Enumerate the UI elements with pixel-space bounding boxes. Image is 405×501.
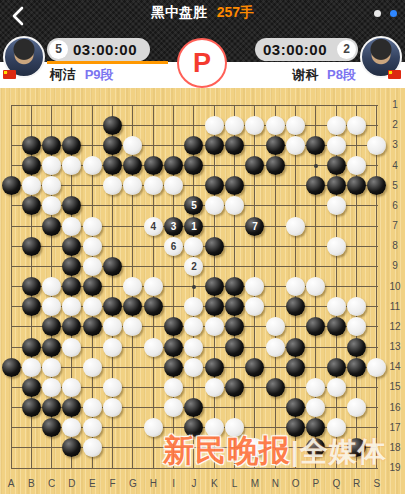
white-stone <box>123 317 142 336</box>
white-stone <box>83 217 102 236</box>
row-coordinate-label: 12 <box>387 321 403 332</box>
black-stone <box>367 176 386 195</box>
row-coordinate-label: 2 <box>387 119 403 130</box>
black-stone <box>2 176 21 195</box>
white-stone <box>327 196 346 215</box>
black-stone <box>164 156 183 175</box>
white-stone <box>42 358 61 377</box>
black-stone <box>266 136 285 155</box>
white-stone <box>164 176 183 195</box>
black-stone <box>83 317 102 336</box>
black-stone <box>164 338 183 357</box>
black-stone <box>42 217 61 236</box>
column-coordinate-label: M <box>248 478 262 489</box>
white-stone <box>184 237 203 256</box>
white-stone <box>123 176 142 195</box>
black-stone <box>327 317 346 336</box>
column-coordinate-label: H <box>146 478 160 489</box>
grid-line-horizontal <box>11 105 378 106</box>
page-indicator[interactable] <box>374 10 397 17</box>
result-text: 黑中盘胜 <box>151 4 207 20</box>
black-stone-move-3: 3 <box>164 217 183 236</box>
white-stone <box>347 297 366 316</box>
white-stone <box>42 196 61 215</box>
black-stone <box>62 398 81 417</box>
white-stone <box>184 358 203 377</box>
white-stone <box>62 297 81 316</box>
white-stone <box>327 116 346 135</box>
black-stone <box>245 156 264 175</box>
column-coordinate-label: P <box>309 478 323 489</box>
white-stone <box>164 398 183 417</box>
black-stone-move-1: 1 <box>184 217 203 236</box>
white-stone <box>22 358 41 377</box>
black-stone <box>225 176 244 195</box>
black-stone <box>205 277 224 296</box>
column-coordinate-label: B <box>24 478 38 489</box>
column-coordinate-label: O <box>289 478 303 489</box>
white-stone <box>83 237 102 256</box>
watermark-part1: 新民晚报 <box>163 433 291 468</box>
row-coordinate-label: 7 <box>387 220 403 231</box>
white-time: 03:00:00 <box>263 41 327 58</box>
column-coordinate-label: F <box>106 478 120 489</box>
page-dot-1[interactable] <box>374 10 381 17</box>
black-stone <box>22 136 41 155</box>
white-stone <box>62 156 81 175</box>
white-stone <box>184 297 203 316</box>
white-stone <box>83 156 102 175</box>
white-stone <box>327 378 346 397</box>
white-stone <box>83 438 102 457</box>
black-stone <box>22 237 41 256</box>
white-stone <box>184 317 203 336</box>
white-stone <box>205 116 224 135</box>
column-coordinate-label: R <box>350 478 364 489</box>
grid-line-vertical <box>11 105 12 469</box>
column-coordinate-label: E <box>85 478 99 489</box>
white-stone <box>225 196 244 215</box>
black-stone <box>225 277 244 296</box>
black-counter-badge: 5 <box>49 40 68 59</box>
black-stone-move-7: 7 <box>245 217 264 236</box>
black-stone <box>205 358 224 377</box>
black-stone <box>286 338 305 357</box>
white-stone <box>83 418 102 437</box>
black-stone <box>103 136 122 155</box>
white-stone <box>103 398 122 417</box>
black-stone <box>103 156 122 175</box>
watermark-part2: |全媒体 <box>291 436 387 467</box>
black-stone <box>62 136 81 155</box>
white-stone-move-6: 6 <box>164 237 183 256</box>
black-player-name: 柯洁 P9段 <box>50 66 114 84</box>
black-stone <box>103 257 122 276</box>
white-stone <box>103 317 122 336</box>
column-coordinate-label: J <box>187 478 201 489</box>
black-stone <box>22 338 41 357</box>
white-stone <box>225 116 244 135</box>
white-counter-badge: 2 <box>337 40 356 59</box>
white-stone <box>42 378 61 397</box>
black-stone <box>205 297 224 316</box>
black-stone <box>225 136 244 155</box>
black-stone <box>164 317 183 336</box>
white-stone <box>347 116 366 135</box>
black-stone <box>123 156 142 175</box>
black-stone <box>22 196 41 215</box>
watermark: 新民晚报|全媒体 <box>163 430 387 472</box>
black-stone <box>205 176 224 195</box>
row-coordinate-label: 16 <box>387 402 403 413</box>
white-name-text: 谢科 <box>292 67 318 82</box>
row-coordinate-label: 14 <box>387 361 403 372</box>
white-stone <box>62 217 81 236</box>
white-stone <box>367 358 386 377</box>
white-stone <box>184 338 203 357</box>
row-coordinate-label: 19 <box>387 462 403 473</box>
black-stone <box>22 378 41 397</box>
white-stone <box>62 378 81 397</box>
white-stone-move-2: 2 <box>184 257 203 276</box>
go-board[interactable]: 1A2B3C4D5E6F7G8H9I10J11K12L13M14N15O16P1… <box>0 88 405 494</box>
white-stone <box>327 297 346 316</box>
black-stone-move-5: 5 <box>184 196 203 215</box>
white-stone <box>266 116 285 135</box>
white-stone <box>266 338 285 357</box>
black-stone <box>103 297 122 316</box>
white-stone <box>103 338 122 357</box>
white-stone <box>164 378 183 397</box>
white-stone <box>245 116 264 135</box>
white-stone-move-4: 4 <box>144 217 163 236</box>
row-coordinate-label: 8 <box>387 240 403 251</box>
white-player-clock: 03:00:00 2 <box>255 38 358 61</box>
grid-line-vertical <box>376 105 377 469</box>
black-stone <box>266 156 285 175</box>
black-stone <box>62 317 81 336</box>
black-stone <box>225 338 244 357</box>
black-stone <box>347 358 366 377</box>
star-point <box>192 285 196 289</box>
white-stone <box>123 277 142 296</box>
white-stone <box>103 378 122 397</box>
black-stone <box>225 297 244 316</box>
black-stone <box>22 156 41 175</box>
black-stone <box>62 438 81 457</box>
white-stone <box>327 136 346 155</box>
black-stone <box>42 418 61 437</box>
white-stone <box>327 237 346 256</box>
black-stone <box>327 176 346 195</box>
column-coordinate-label: N <box>268 478 282 489</box>
black-stone <box>62 196 81 215</box>
black-time: 03:00:00 <box>73 41 137 58</box>
column-coordinate-label: C <box>45 478 59 489</box>
black-stone <box>83 277 102 296</box>
row-coordinate-label: 6 <box>387 200 403 211</box>
pass-badge[interactable]: P <box>177 38 227 88</box>
black-stone <box>286 398 305 417</box>
row-coordinate-label: 18 <box>387 442 403 453</box>
go-app-window: 黑中盘胜 257手 5 03:00:00 柯洁 P9段 P 03:00:00 2… <box>0 0 405 501</box>
column-coordinate-label: K <box>207 478 221 489</box>
bottom-strip <box>0 494 405 501</box>
row-coordinate-label: 10 <box>387 281 403 292</box>
black-stone <box>327 358 346 377</box>
black-stone <box>306 176 325 195</box>
china-flag-icon-left <box>3 70 16 79</box>
column-coordinate-label: I <box>167 478 181 489</box>
black-stone <box>123 297 142 316</box>
white-stone <box>286 277 305 296</box>
column-coordinate-label: D <box>65 478 79 489</box>
white-stone <box>306 277 325 296</box>
row-coordinate-label: 17 <box>387 422 403 433</box>
black-stone <box>225 317 244 336</box>
active-player-underline <box>47 61 168 64</box>
row-coordinate-label: 11 <box>387 301 403 312</box>
white-stone <box>306 378 325 397</box>
black-stone <box>164 358 183 377</box>
row-coordinate-label: 1 <box>387 99 403 110</box>
black-stone <box>286 297 305 316</box>
white-stone <box>347 398 366 417</box>
black-stone <box>245 358 264 377</box>
row-coordinate-label: 13 <box>387 341 403 352</box>
white-stone <box>103 176 122 195</box>
white-stone <box>144 338 163 357</box>
white-stone <box>367 136 386 155</box>
white-stone <box>306 398 325 417</box>
black-stone <box>184 156 203 175</box>
white-stone <box>347 317 366 336</box>
column-coordinate-label: A <box>4 478 18 489</box>
white-stone <box>245 297 264 316</box>
black-stone <box>144 297 163 316</box>
black-stone <box>62 237 81 256</box>
white-stone <box>42 297 61 316</box>
black-stone <box>22 398 41 417</box>
white-player-name: 谢科 P8段 <box>292 66 356 84</box>
black-name-text: 柯洁 <box>50 67 76 82</box>
white-stone <box>286 217 305 236</box>
column-coordinate-label: G <box>126 478 140 489</box>
white-stone <box>62 418 81 437</box>
black-stone <box>205 136 224 155</box>
black-stone <box>184 136 203 155</box>
black-rank-text: P9段 <box>85 67 114 82</box>
game-result-title: 黑中盘胜 257手 <box>0 4 405 22</box>
move-count-text: 257手 <box>217 4 254 20</box>
row-coordinate-label: 15 <box>387 381 403 392</box>
white-stone <box>83 257 102 276</box>
black-stone <box>306 136 325 155</box>
grid-line-horizontal <box>11 125 378 126</box>
white-stone <box>83 398 102 417</box>
white-stone <box>62 338 81 357</box>
black-stone <box>62 257 81 276</box>
black-stone <box>286 358 305 377</box>
row-coordinate-label: 5 <box>387 180 403 191</box>
white-stone <box>266 317 285 336</box>
black-stone <box>22 297 41 316</box>
white-stone <box>123 136 142 155</box>
row-coordinate-label: 9 <box>387 260 403 271</box>
white-stone <box>286 116 305 135</box>
white-rank-text: P8段 <box>327 67 356 82</box>
black-stone <box>103 116 122 135</box>
white-stone <box>205 378 224 397</box>
white-stone <box>144 418 163 437</box>
black-stone <box>62 277 81 296</box>
column-coordinate-label: Q <box>329 478 343 489</box>
black-stone <box>42 136 61 155</box>
black-stone <box>306 317 325 336</box>
column-coordinate-label: S <box>370 478 384 489</box>
black-stone <box>347 176 366 195</box>
white-stone <box>144 176 163 195</box>
black-stone <box>42 317 61 336</box>
black-stone <box>347 338 366 357</box>
white-stone <box>347 156 366 175</box>
black-stone <box>184 398 203 417</box>
column-coordinate-label: L <box>228 478 242 489</box>
white-stone <box>83 297 102 316</box>
black-stone <box>2 358 21 377</box>
star-point <box>314 164 318 168</box>
black-stone <box>205 237 224 256</box>
black-stone <box>22 277 41 296</box>
black-player-clock: 5 03:00:00 <box>47 38 150 61</box>
black-stone <box>266 378 285 397</box>
china-flag-icon-right <box>388 70 401 79</box>
row-coordinate-label: 4 <box>387 160 403 171</box>
black-stone <box>42 338 61 357</box>
black-stone <box>225 378 244 397</box>
white-stone <box>205 196 224 215</box>
white-stone <box>245 277 264 296</box>
white-stone <box>42 176 61 195</box>
white-stone <box>205 317 224 336</box>
black-stone <box>327 156 346 175</box>
black-stone <box>42 398 61 417</box>
white-stone <box>83 358 102 377</box>
white-stone <box>22 176 41 195</box>
page-dot-2[interactable] <box>390 10 397 17</box>
black-stone <box>144 156 163 175</box>
white-stone <box>286 136 305 155</box>
white-stone <box>42 277 61 296</box>
white-stone <box>144 277 163 296</box>
white-stone <box>42 156 61 175</box>
row-coordinate-label: 3 <box>387 139 403 150</box>
